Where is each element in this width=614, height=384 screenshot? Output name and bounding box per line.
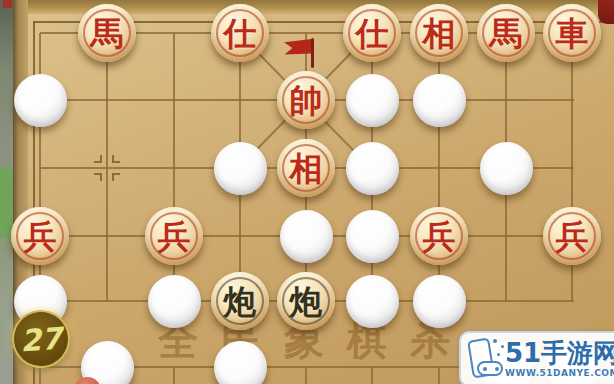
piece-hidden[interactable]	[413, 275, 466, 328]
piece-red-chariot[interactable]: 車	[543, 4, 601, 62]
piece-ring	[282, 76, 330, 124]
watermark-site-url: — WWW.51DANYE.COM —	[492, 368, 614, 378]
flag-marker	[284, 38, 316, 70]
piece-hidden[interactable]	[346, 142, 399, 195]
site-watermark: 51手游网 — WWW.51DANYE.COM —	[459, 331, 614, 384]
watermark-text: 51手游网 — WWW.51DANYE.COM —	[511, 340, 613, 377]
piece-hidden[interactable]	[346, 275, 399, 328]
xiangqi-game-screen: 全民象棋杀 馬仕仕相馬車帥相兵兵兵兵炮炮 27 51手游网 — WWW.51DA…	[0, 0, 614, 384]
piece-red-soldier[interactable]: 兵	[410, 207, 468, 265]
piece-ring	[216, 277, 264, 325]
piece-hidden[interactable]	[413, 74, 466, 127]
piece-red-advisor[interactable]: 仕	[211, 4, 269, 62]
piece-red-advisor[interactable]: 仕	[343, 4, 401, 62]
piece-red-soldier[interactable]: 兵	[145, 207, 203, 265]
piece-red-soldier[interactable]: 兵	[543, 207, 601, 265]
xiangqi-board	[28, 14, 614, 384]
piece-red-horse[interactable]: 馬	[477, 4, 535, 62]
piece-ring	[216, 9, 264, 57]
point-marker-bracket	[112, 173, 120, 181]
grid-line	[173, 367, 175, 384]
piece-black-cannon[interactable]: 炮	[277, 272, 335, 330]
background-red-speck	[3, 0, 12, 8]
piece-ring	[150, 212, 198, 260]
piece-ring	[348, 9, 396, 57]
point-marker-bracket	[94, 173, 102, 181]
piece-ring	[16, 212, 64, 260]
grid-line	[305, 367, 307, 384]
piece-red-elephant[interactable]: 相	[410, 4, 468, 62]
phone-gamepad-icon	[467, 335, 509, 383]
piece-red-general[interactable]: 帥	[277, 71, 335, 129]
top-right-cropped-element	[598, 0, 614, 24]
piece-ring	[482, 9, 530, 57]
piece-hidden[interactable]	[214, 142, 267, 195]
flag-cloth-icon	[284, 39, 312, 57]
piece-ring	[415, 9, 463, 57]
piece-ring	[548, 212, 596, 260]
piece-ring	[83, 9, 131, 57]
piece-red-soldier[interactable]: 兵	[11, 207, 69, 265]
grid-line	[371, 367, 373, 384]
gamepad-icon	[477, 361, 503, 376]
watermark-site-name: 51手游网	[505, 340, 614, 367]
piece-hidden[interactable]	[280, 210, 333, 263]
confetti-dot	[501, 345, 504, 348]
point-marker-bracket	[94, 155, 102, 163]
grid-line	[106, 33, 108, 301]
piece-hidden[interactable]	[346, 74, 399, 127]
grid-line	[438, 367, 440, 384]
piece-hidden[interactable]	[14, 74, 67, 127]
piece-hidden[interactable]	[148, 275, 201, 328]
flag-pole	[311, 38, 314, 68]
confetti-dot	[493, 339, 497, 343]
piece-ring	[415, 212, 463, 260]
point-marker-bracket	[112, 155, 120, 163]
piece-black-cannon[interactable]: 炮	[211, 272, 269, 330]
piece-ring	[548, 9, 596, 57]
piece-ring	[282, 277, 330, 325]
piece-red-elephant[interactable]: 相	[277, 139, 335, 197]
piece-ring	[282, 144, 330, 192]
piece-red-horse[interactable]: 馬	[78, 4, 136, 62]
confetti-dot	[497, 353, 500, 356]
grid-line	[39, 367, 41, 384]
piece-hidden[interactable]	[480, 142, 533, 195]
background-left-strip	[0, 0, 14, 384]
piece-hidden[interactable]	[346, 210, 399, 263]
